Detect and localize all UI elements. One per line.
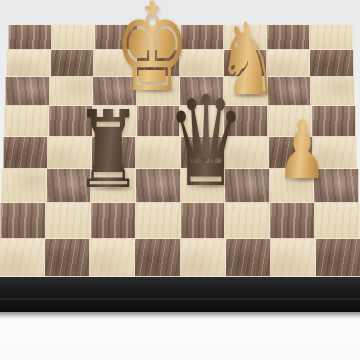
square-b8[interactable] [52,25,95,50]
square-e1[interactable] [181,239,226,277]
square-h1[interactable] [316,239,360,277]
board-frame [0,277,360,312]
square-h6[interactable] [311,77,355,106]
square-a6[interactable] [5,77,50,106]
square-a7[interactable] [6,50,50,77]
square-h2[interactable] [315,203,360,239]
square-b7[interactable] [51,50,94,77]
black-rook-piece[interactable]: ♜ [74,88,141,212]
board-frame-shadow [0,312,360,319]
square-g1[interactable] [271,239,316,277]
square-h7[interactable] [310,50,353,77]
chess-set-photo: ♚♞♜♛♟ [0,0,360,360]
black-queen-piece[interactable]: ♛ [167,69,245,215]
square-b1[interactable] [45,239,90,277]
board-frame-seam [0,298,360,300]
board-row-1 [0,239,360,277]
square-a2[interactable] [0,203,46,239]
square-a3[interactable] [1,169,47,203]
square-a5[interactable] [4,106,49,137]
square-a1[interactable] [0,239,45,277]
square-a4[interactable] [3,137,48,169]
square-a8[interactable] [8,25,52,50]
square-g2[interactable] [270,203,315,239]
square-h8[interactable] [310,25,353,50]
square-f1[interactable] [226,239,271,277]
square-d1[interactable] [135,239,180,277]
square-c1[interactable] [90,239,135,277]
white-pawn-piece[interactable]: ♟ [276,104,327,198]
